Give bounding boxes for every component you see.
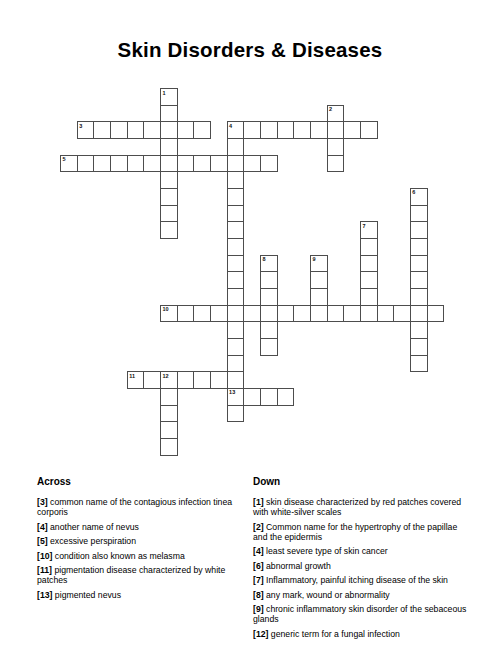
grid-cell[interactable] xyxy=(160,205,178,223)
grid-cell[interactable] xyxy=(260,338,278,356)
grid-cell[interactable]: 12 xyxy=(160,371,178,389)
grid-cell[interactable] xyxy=(160,121,178,139)
grid-cell[interactable] xyxy=(343,121,361,139)
grid-cell[interactable] xyxy=(243,305,261,323)
grid-cell[interactable] xyxy=(77,155,95,173)
cell-number: 9 xyxy=(312,256,315,262)
clue-item: [1] skin disease characterized by red pa… xyxy=(253,497,469,517)
grid-cell[interactable] xyxy=(210,155,228,173)
clue-item: [6] abnormal growth xyxy=(253,561,469,571)
grid-cell[interactable]: 8 xyxy=(260,255,278,273)
clue-item: [5] excessive perspiration xyxy=(37,536,248,546)
grid-cell[interactable]: 13 xyxy=(227,388,245,406)
cell-number: 8 xyxy=(262,256,265,262)
grid-cell[interactable] xyxy=(227,221,245,239)
grid-cell[interactable] xyxy=(410,238,428,256)
clue-number: [13] xyxy=(37,590,52,600)
grid-cell[interactable] xyxy=(360,271,378,289)
clue-item: [13] pigmented nevus xyxy=(37,590,248,600)
grid-cell[interactable] xyxy=(227,321,245,339)
cell-number: 7 xyxy=(362,223,365,229)
grid-cell[interactable] xyxy=(410,255,428,273)
grid-cell[interactable] xyxy=(410,305,428,323)
grid-cell[interactable] xyxy=(193,155,211,173)
grid-cell[interactable] xyxy=(227,305,245,323)
grid-cell[interactable] xyxy=(360,121,378,139)
grid-cell[interactable] xyxy=(277,121,295,139)
clue-text: pigmentation disease characterized by wh… xyxy=(37,565,225,585)
grid-cell[interactable] xyxy=(177,155,195,173)
grid-cell[interactable] xyxy=(160,405,178,423)
grid-cell[interactable] xyxy=(227,205,245,223)
clue-item: [9] chronic inflammatory skin disorder o… xyxy=(253,604,469,624)
grid-cell[interactable] xyxy=(160,221,178,239)
grid-cell[interactable] xyxy=(360,255,378,273)
cell-number: 1 xyxy=(162,90,165,96)
grid-cell[interactable] xyxy=(160,171,178,189)
clue-text: generic term for a fungal infection xyxy=(268,629,399,639)
clue-item: [12] generic term for a fungal infection xyxy=(253,629,469,639)
grid-cell[interactable] xyxy=(177,371,195,389)
grid-cell[interactable]: 6 xyxy=(410,188,428,206)
grid-cell[interactable] xyxy=(160,188,178,206)
grid-cell[interactable] xyxy=(160,438,178,456)
clue-text: least severe type of skin cancer xyxy=(264,546,388,556)
grid-cell[interactable] xyxy=(160,138,178,156)
grid-cell[interactable] xyxy=(410,205,428,223)
grid-cell[interactable] xyxy=(160,388,178,406)
grid-cell[interactable] xyxy=(160,105,178,123)
cell-number: 13 xyxy=(229,389,235,395)
clue-number: [10] xyxy=(37,551,52,561)
grid-cell[interactable]: 10 xyxy=(160,305,178,323)
down-clue-list: [1] skin disease characterized by red pa… xyxy=(253,497,469,639)
grid-cell[interactable] xyxy=(193,305,211,323)
clue-number: [12] xyxy=(253,629,268,639)
grid-cell[interactable] xyxy=(260,321,278,339)
clue-text: Common name for the hypertrophy of the p… xyxy=(253,522,457,542)
grid-cell[interactable] xyxy=(227,271,245,289)
grid-cell[interactable] xyxy=(227,288,245,306)
grid-cell[interactable] xyxy=(260,288,278,306)
grid-cell[interactable] xyxy=(193,371,211,389)
grid-cell[interactable] xyxy=(410,221,428,239)
clue-item: [3] common name of the contagious infect… xyxy=(37,497,248,517)
cell-number: 10 xyxy=(162,306,168,312)
grid-cell[interactable]: 1 xyxy=(160,88,178,106)
grid-cell[interactable] xyxy=(193,121,211,139)
grid-cell[interactable]: 5 xyxy=(60,155,78,173)
grid-cell[interactable] xyxy=(327,305,345,323)
grid-cell[interactable] xyxy=(93,121,111,139)
cell-number: 3 xyxy=(79,123,82,129)
cell-number: 2 xyxy=(329,106,332,112)
clue-number: [4] xyxy=(37,522,48,532)
grid-cell[interactable] xyxy=(410,321,428,339)
grid-cell[interactable] xyxy=(377,305,395,323)
grid-cell[interactable] xyxy=(227,138,245,156)
grid-cell[interactable] xyxy=(177,305,195,323)
grid-cell[interactable] xyxy=(227,355,245,373)
grid-cell[interactable] xyxy=(410,288,428,306)
grid-cell[interactable] xyxy=(310,305,328,323)
grid-cell[interactable] xyxy=(227,238,245,256)
grid-cell[interactable] xyxy=(260,121,278,139)
grid-cell[interactable] xyxy=(160,421,178,439)
grid-cell[interactable] xyxy=(410,338,428,356)
grid-cell[interactable] xyxy=(360,305,378,323)
cell-number: 4 xyxy=(229,123,232,129)
grid-cell[interactable] xyxy=(210,305,228,323)
grid-cell[interactable] xyxy=(243,388,261,406)
clue-text: skin disease characterized by red patche… xyxy=(253,497,461,517)
clue-item: [4] least severe type of skin cancer xyxy=(253,546,469,556)
across-clues-column: Across [3] common name of the contagious… xyxy=(37,476,248,604)
grid-cell[interactable] xyxy=(327,121,345,139)
across-clue-list: [3] common name of the contagious infect… xyxy=(37,497,248,600)
grid-cell[interactable] xyxy=(227,155,245,173)
grid-cell[interactable] xyxy=(227,171,245,189)
clue-number: [11] xyxy=(37,565,52,575)
grid-cell[interactable] xyxy=(293,305,311,323)
grid-cell[interactable] xyxy=(93,155,111,173)
grid-cell[interactable] xyxy=(110,155,128,173)
grid-cell[interactable] xyxy=(210,371,228,389)
grid-cell[interactable]: 9 xyxy=(310,255,328,273)
grid-cell[interactable] xyxy=(227,188,245,206)
grid-cell[interactable] xyxy=(410,271,428,289)
clue-text: any mark, wound or abnormality xyxy=(264,590,390,600)
clue-number: [4] xyxy=(253,546,264,556)
clue-item: [11] pigmentation disease characterized … xyxy=(37,565,248,585)
grid-cell[interactable] xyxy=(343,305,361,323)
clue-item: [4] another name of nevus xyxy=(37,522,248,532)
clue-text: chronic inflammatory skin disorder of th… xyxy=(253,604,466,624)
grid-cell[interactable]: 7 xyxy=(360,221,378,239)
grid-cell[interactable] xyxy=(410,355,428,373)
clue-number: [8] xyxy=(253,590,264,600)
grid-cell[interactable] xyxy=(177,121,195,139)
clue-text: excessive perspiration xyxy=(48,536,136,546)
grid-cell[interactable]: 11 xyxy=(127,371,145,389)
grid-cell[interactable] xyxy=(227,371,245,389)
grid-cell[interactable] xyxy=(243,121,261,139)
clue-number: [2] xyxy=(253,522,264,532)
clue-item: [10] condition also known as melasma xyxy=(37,551,248,561)
clue-item: [7] Inflammatory, painful itching diseas… xyxy=(253,575,469,585)
crossword-page: Skin Disorders & Diseases 34510111213126… xyxy=(0,0,500,647)
grid-cell[interactable] xyxy=(327,155,345,173)
down-heading: Down xyxy=(253,476,469,487)
grid-cell[interactable] xyxy=(260,155,278,173)
clue-text: abnormal growth xyxy=(264,561,331,571)
grid-cell[interactable] xyxy=(260,271,278,289)
clue-number: [6] xyxy=(253,561,264,571)
grid-cell[interactable] xyxy=(427,305,445,323)
puzzle-title: Skin Disorders & Diseases xyxy=(0,38,500,62)
clue-number: [9] xyxy=(253,604,264,614)
grid-cell[interactable] xyxy=(127,155,145,173)
down-clues-column: Down [1] skin disease characterized by r… xyxy=(253,476,469,643)
grid-cell[interactable] xyxy=(360,288,378,306)
grid-cell[interactable] xyxy=(127,121,145,139)
grid-cell[interactable] xyxy=(227,405,245,423)
clue-item: [8] any mark, wound or abnormality xyxy=(253,590,469,600)
cell-number: 11 xyxy=(129,373,135,379)
grid-cell[interactable]: 3 xyxy=(77,121,95,139)
grid-cell[interactable] xyxy=(310,121,328,139)
grid-cell[interactable] xyxy=(260,388,278,406)
cell-number: 12 xyxy=(162,373,168,379)
grid-cell[interactable] xyxy=(393,305,411,323)
clue-text: another name of nevus xyxy=(48,522,139,532)
grid-cell[interactable] xyxy=(143,155,161,173)
grid-cell[interactable] xyxy=(310,271,328,289)
grid-cell[interactable] xyxy=(227,255,245,273)
grid-cell[interactable] xyxy=(110,121,128,139)
grid-cell[interactable] xyxy=(143,371,161,389)
grid-cell[interactable] xyxy=(310,288,328,306)
grid-cell[interactable] xyxy=(243,155,261,173)
grid-cell[interactable] xyxy=(143,121,161,139)
grid-cell[interactable] xyxy=(327,138,345,156)
grid-cell[interactable] xyxy=(227,338,245,356)
grid-cell[interactable] xyxy=(160,155,178,173)
clue-text: Inflammatory, painful itching disease of… xyxy=(264,575,448,585)
clue-number: [3] xyxy=(37,497,48,507)
clue-number: [1] xyxy=(253,497,264,507)
clue-text: common name of the contagious infection … xyxy=(37,497,232,517)
clue-item: [2] Common name for the hypertrophy of t… xyxy=(253,522,469,542)
grid-cell[interactable] xyxy=(260,305,278,323)
grid-cell[interactable]: 4 xyxy=(227,121,245,139)
grid-cell[interactable] xyxy=(293,121,311,139)
clue-number: [7] xyxy=(253,575,264,585)
clue-text: condition also known as melasma xyxy=(52,551,184,561)
cell-number: 6 xyxy=(412,189,415,195)
clue-text: pigmented nevus xyxy=(52,590,121,600)
across-heading: Across xyxy=(37,476,248,487)
cell-number: 5 xyxy=(63,156,66,162)
clue-number: [5] xyxy=(37,536,48,546)
grid-cell[interactable]: 2 xyxy=(327,105,345,123)
grid-cell[interactable] xyxy=(277,388,295,406)
grid-cell[interactable] xyxy=(277,305,295,323)
grid-cell[interactable] xyxy=(360,238,378,256)
